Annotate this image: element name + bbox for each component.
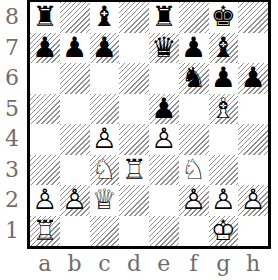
square-a5[interactable] xyxy=(30,94,60,125)
piece-white-pawn: ♟♙ xyxy=(181,185,206,216)
square-a3[interactable] xyxy=(30,155,60,186)
square-e5[interactable]: ♟ xyxy=(149,94,179,125)
square-e8[interactable]: ♜ xyxy=(149,2,179,33)
piece-white-bishop: ♝♗ xyxy=(211,94,236,125)
square-f5[interactable] xyxy=(179,94,209,125)
square-f8[interactable] xyxy=(179,2,209,33)
piece-black-rook: ♜ xyxy=(151,2,176,33)
piece-black-pawn: ♟ xyxy=(151,94,176,125)
file-label-a: a xyxy=(30,250,60,278)
square-e1[interactable] xyxy=(149,216,179,247)
square-h7[interactable] xyxy=(238,33,268,64)
piece-black-knight: ♞ xyxy=(181,63,206,94)
file-label-h: h xyxy=(238,250,268,278)
piece-black-pawn: ♟ xyxy=(181,33,206,64)
rank-label-6: 6 xyxy=(0,63,24,94)
rank-label-1: 1 xyxy=(0,216,24,247)
square-g6[interactable]: ♟ xyxy=(209,63,239,94)
piece-black-pawn: ♟ xyxy=(241,63,266,94)
square-d5[interactable] xyxy=(119,94,149,125)
piece-black-king: ♚ xyxy=(211,2,236,33)
piece-outline: ♖ xyxy=(122,155,147,186)
square-h6[interactable]: ♟ xyxy=(238,63,268,94)
square-f3[interactable]: ♞♘ xyxy=(179,155,209,186)
square-c2[interactable]: ♛♕ xyxy=(90,185,120,216)
square-e2[interactable] xyxy=(149,185,179,216)
square-c3[interactable]: ♞♘ xyxy=(90,155,120,186)
piece-black-bishop: ♝ xyxy=(92,2,117,33)
square-a1[interactable]: ♜♖ xyxy=(30,216,60,247)
chess-board: ♜♝♜♚♟♟♟♛♟♝♞♟♟♟♝♗♟♙♟♙♞♘♜♖♞♘♟♙♟♙♛♕♟♙♟♙♟♙♜♖… xyxy=(27,0,271,249)
piece-black-pawn: ♟ xyxy=(211,63,236,94)
file-label-f: f xyxy=(179,250,209,278)
square-f1[interactable] xyxy=(179,216,209,247)
piece-black-pawn: ♟ xyxy=(92,33,117,64)
file-label-c: c xyxy=(90,250,120,278)
square-a2[interactable]: ♟♙ xyxy=(30,185,60,216)
piece-outline: ♙ xyxy=(32,185,57,216)
file-label-b: b xyxy=(60,250,90,278)
square-a7[interactable]: ♟ xyxy=(30,33,60,64)
square-c5[interactable] xyxy=(90,94,120,125)
piece-black-pawn: ♟ xyxy=(32,33,57,64)
square-a4[interactable] xyxy=(30,124,60,155)
square-h5[interactable] xyxy=(238,94,268,125)
square-c7[interactable]: ♟ xyxy=(90,33,120,64)
rank-labels: 87654321 xyxy=(0,2,24,246)
piece-white-pawn: ♟♙ xyxy=(32,185,57,216)
piece-white-pawn: ♟♙ xyxy=(211,185,236,216)
square-d6[interactable] xyxy=(119,63,149,94)
square-d3[interactable]: ♜♖ xyxy=(119,155,149,186)
square-g7[interactable]: ♝ xyxy=(209,33,239,64)
square-e6[interactable] xyxy=(149,63,179,94)
piece-white-pawn: ♟♙ xyxy=(151,124,176,155)
square-h4[interactable] xyxy=(238,124,268,155)
piece-outline: ♙ xyxy=(211,185,236,216)
square-f6[interactable]: ♞ xyxy=(179,63,209,94)
square-h3[interactable] xyxy=(238,155,268,186)
piece-black-queen: ♛ xyxy=(151,33,176,64)
piece-outline: ♘ xyxy=(181,155,206,186)
square-g1[interactable]: ♚♔ xyxy=(209,216,239,247)
square-b2[interactable]: ♟♙ xyxy=(60,185,90,216)
square-b4[interactable] xyxy=(60,124,90,155)
rank-label-3: 3 xyxy=(0,155,24,186)
square-c4[interactable]: ♟♙ xyxy=(90,124,120,155)
piece-white-pawn: ♟♙ xyxy=(62,185,87,216)
square-g4[interactable] xyxy=(209,124,239,155)
square-e3[interactable] xyxy=(149,155,179,186)
square-c8[interactable]: ♝ xyxy=(90,2,120,33)
square-b8[interactable] xyxy=(60,2,90,33)
square-h8[interactable] xyxy=(238,2,268,33)
square-g8[interactable]: ♚ xyxy=(209,2,239,33)
piece-outline: ♙ xyxy=(241,185,266,216)
square-g3[interactable] xyxy=(209,155,239,186)
square-f7[interactable]: ♟ xyxy=(179,33,209,64)
square-b1[interactable] xyxy=(60,216,90,247)
square-d8[interactable] xyxy=(119,2,149,33)
piece-white-rook: ♜♖ xyxy=(32,216,57,247)
piece-white-king: ♚♔ xyxy=(211,216,236,247)
square-f2[interactable]: ♟♙ xyxy=(179,185,209,216)
piece-outline: ♙ xyxy=(62,185,87,216)
square-d4[interactable] xyxy=(119,124,149,155)
square-h2[interactable]: ♟♙ xyxy=(238,185,268,216)
piece-white-pawn: ♟♙ xyxy=(241,185,266,216)
piece-outline: ♙ xyxy=(151,124,176,155)
square-d2[interactable] xyxy=(119,185,149,216)
square-d7[interactable] xyxy=(119,33,149,64)
square-g5[interactable]: ♝♗ xyxy=(209,94,239,125)
file-label-g: g xyxy=(209,250,239,278)
piece-black-bishop: ♝ xyxy=(211,33,236,64)
square-a8[interactable]: ♜ xyxy=(30,2,60,33)
piece-outline: ♘ xyxy=(92,155,117,186)
piece-white-rook: ♜♖ xyxy=(122,155,147,186)
file-label-e: e xyxy=(149,250,179,278)
piece-black-rook: ♜ xyxy=(32,2,57,33)
square-c1[interactable] xyxy=(90,216,120,247)
square-e7[interactable]: ♛ xyxy=(149,33,179,64)
piece-outline: ♗ xyxy=(211,94,236,125)
square-e4[interactable]: ♟♙ xyxy=(149,124,179,155)
rank-label-7: 7 xyxy=(0,33,24,64)
square-b7[interactable]: ♟ xyxy=(60,33,90,64)
piece-white-queen: ♛♕ xyxy=(92,185,117,216)
piece-outline: ♔ xyxy=(211,216,236,247)
rank-label-5: 5 xyxy=(0,94,24,125)
piece-white-knight: ♞♘ xyxy=(181,155,206,186)
square-g2[interactable]: ♟♙ xyxy=(209,185,239,216)
square-b5[interactable] xyxy=(60,94,90,125)
piece-outline: ♖ xyxy=(32,216,57,247)
square-h1[interactable] xyxy=(238,216,268,247)
piece-white-pawn: ♟♙ xyxy=(92,124,117,155)
file-labels: abcdefgh xyxy=(30,250,268,278)
piece-outline: ♙ xyxy=(92,124,117,155)
square-f4[interactable] xyxy=(179,124,209,155)
square-b6[interactable] xyxy=(60,63,90,94)
piece-black-pawn: ♟ xyxy=(62,33,87,64)
rank-label-2: 2 xyxy=(0,185,24,216)
rank-label-4: 4 xyxy=(0,124,24,155)
piece-white-knight: ♞♘ xyxy=(92,155,117,186)
rank-label-8: 8 xyxy=(0,2,24,33)
square-a6[interactable] xyxy=(30,63,60,94)
square-d1[interactable] xyxy=(119,216,149,247)
piece-outline: ♙ xyxy=(181,185,206,216)
square-c6[interactable] xyxy=(90,63,120,94)
square-b3[interactable] xyxy=(60,155,90,186)
file-label-d: d xyxy=(119,250,149,278)
piece-outline: ♕ xyxy=(92,185,117,216)
